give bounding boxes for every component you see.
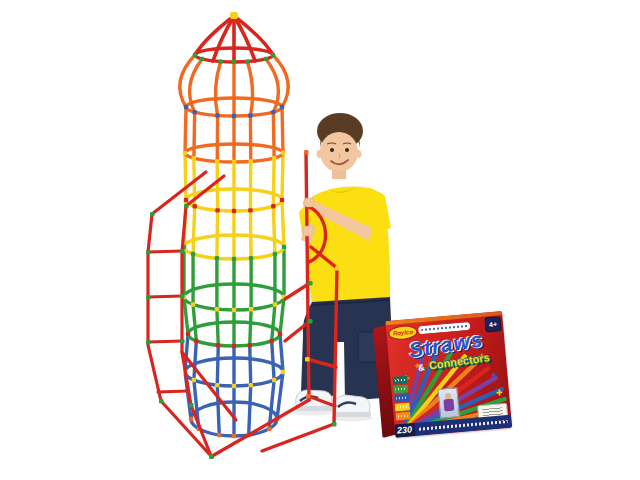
connector (192, 204, 196, 208)
photo-illustration (0, 0, 640, 480)
face (320, 132, 358, 172)
connector (183, 151, 187, 155)
connector (245, 59, 249, 63)
connector (272, 156, 276, 160)
connector (215, 383, 219, 387)
straw-vertical (282, 153, 283, 200)
straw-vertical (250, 309, 251, 345)
connector (280, 105, 284, 109)
eye (330, 148, 334, 152)
straw-vertical (282, 200, 284, 247)
straw-vertical (273, 112, 274, 158)
connector (272, 378, 276, 382)
connector (215, 307, 219, 311)
connector (215, 256, 219, 260)
color-chip (393, 384, 409, 393)
connector-plus-icon: ✚ (496, 388, 504, 398)
connector (248, 208, 252, 212)
color-chip (394, 393, 410, 402)
connector (184, 105, 188, 109)
connector (280, 198, 284, 202)
straw-vertical (273, 55, 288, 107)
connector (232, 344, 236, 348)
straw-vertical (247, 62, 252, 116)
connector (232, 209, 236, 213)
connector (248, 113, 252, 117)
straw-vertical (273, 158, 274, 206)
connector (191, 302, 195, 306)
box-strip-fineprint (419, 420, 508, 431)
connector (281, 151, 285, 155)
color-chip (395, 411, 411, 420)
connector (248, 343, 252, 347)
connector (249, 383, 253, 387)
straw-vertical (193, 304, 196, 340)
straw-vertical (282, 107, 283, 153)
straw-vertical (249, 385, 251, 435)
product-box: Roylco 4+ ★ ★ ★ ★ (372, 311, 513, 440)
straw-vertical (193, 206, 195, 254)
fingers-over-straw (304, 198, 314, 207)
connector (215, 113, 219, 117)
connector (249, 159, 253, 163)
connector (281, 370, 285, 374)
product-box-front: Roylco 4+ ★ ★ ★ ★ (385, 311, 512, 438)
connector (269, 339, 273, 343)
eye (345, 148, 349, 152)
connector (192, 156, 196, 160)
straw-vertical (272, 341, 274, 380)
connector (184, 198, 188, 202)
connector (218, 59, 222, 63)
sneaker-sole (333, 412, 371, 417)
straw-vertical (250, 345, 251, 385)
connector (186, 332, 190, 336)
connector (264, 57, 268, 61)
connector (232, 257, 236, 261)
straw-vertical (180, 55, 195, 107)
connector (271, 53, 275, 57)
straw-vertical (273, 206, 275, 254)
box-photo-inset (437, 387, 460, 419)
straw-vertical (217, 345, 218, 385)
connector (193, 53, 197, 57)
product-photo-stage: Roylco 4+ ★ ★ ★ ★ (0, 0, 640, 480)
tower-spire (195, 16, 273, 62)
connector (194, 339, 198, 343)
straw-vertical (194, 112, 195, 158)
connector (249, 307, 253, 311)
inset-child-body (443, 399, 454, 412)
connector (249, 256, 253, 260)
connector (215, 208, 219, 212)
fingers-over-straw (303, 226, 314, 236)
connector (273, 302, 277, 306)
connector (215, 159, 219, 163)
apex-connector (230, 12, 238, 19)
connector (267, 427, 271, 431)
connector (216, 343, 220, 347)
connector (278, 332, 282, 336)
connector (232, 60, 236, 64)
color-chip (395, 402, 411, 411)
connector (232, 114, 236, 118)
straw-vertical (272, 304, 275, 340)
connector (200, 57, 204, 61)
straw-vertical (194, 341, 196, 380)
connector (271, 204, 275, 208)
connector (191, 252, 195, 256)
connector (232, 434, 236, 438)
connector (192, 378, 196, 382)
connector (189, 417, 193, 421)
connector (273, 252, 277, 256)
straw-vertical (217, 309, 218, 345)
tower-body (180, 48, 288, 438)
straw-vertical (185, 153, 186, 200)
color-chip (392, 375, 408, 384)
connector (271, 110, 275, 114)
straw-vertical (215, 62, 220, 116)
connector (217, 433, 221, 437)
piece-count-badge: 230 (394, 423, 415, 438)
straw-vertical (185, 107, 186, 153)
straw-vertical (217, 385, 219, 435)
connector (232, 308, 236, 312)
connector (192, 110, 196, 114)
sleeve (370, 188, 391, 234)
star-icon: ★ (490, 371, 498, 381)
connector (232, 384, 236, 388)
connector (232, 160, 236, 164)
connector (282, 245, 286, 249)
box-title-ampersand: & (417, 362, 425, 373)
neck (332, 170, 346, 179)
